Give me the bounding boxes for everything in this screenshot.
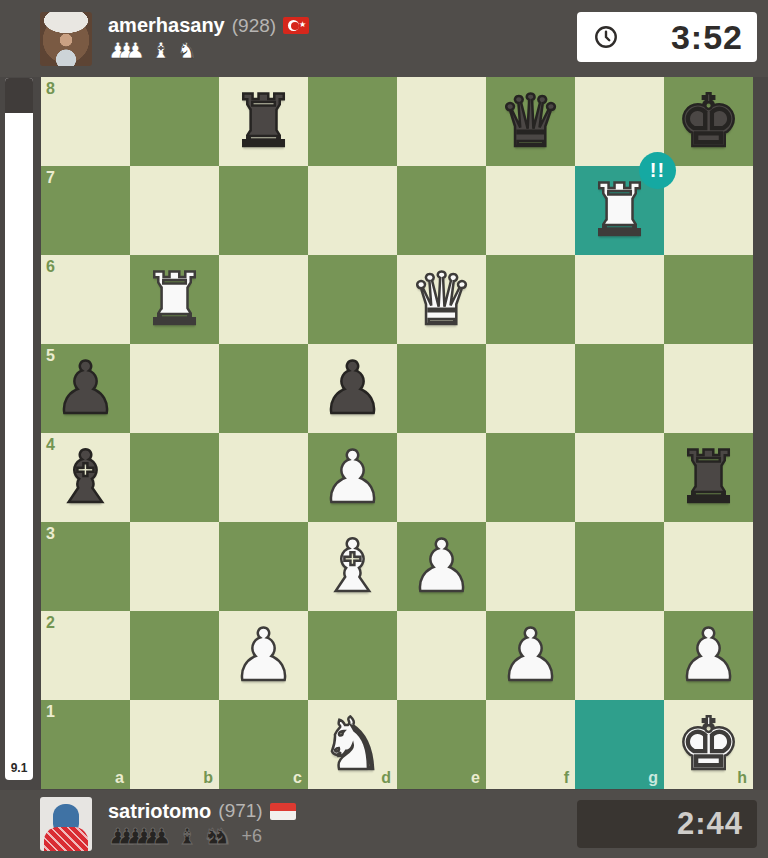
indonesia-flag-icon: [270, 803, 296, 820]
square-a2[interactable]: 2: [41, 611, 130, 700]
rank-label-3: 3: [46, 525, 55, 543]
square-c3[interactable]: [219, 522, 308, 611]
captured-black-knight-icon: ♞: [212, 826, 232, 848]
turkey-flag-icon: ★: [283, 17, 309, 34]
square-a7[interactable]: 7: [41, 166, 130, 255]
top-player-username[interactable]: amerhasany: [108, 14, 225, 37]
square-c7[interactable]: [219, 166, 308, 255]
square-f4[interactable]: [486, 433, 575, 522]
file-label-e: e: [471, 769, 480, 787]
black-queen: ♛: [486, 77, 575, 166]
square-e7[interactable]: [397, 166, 486, 255]
captured-black-bishop-icon: ♝: [177, 826, 197, 848]
square-g4[interactable]: [575, 433, 664, 522]
white-pawn: ♟: [308, 433, 397, 522]
square-b5[interactable]: [130, 344, 219, 433]
square-h1[interactable]: h♚: [664, 700, 753, 789]
square-h2[interactable]: ♟: [664, 611, 753, 700]
square-f3[interactable]: [486, 522, 575, 611]
captured-black-pawn-icon: ♟: [152, 826, 172, 848]
avatar-shirt: [44, 827, 88, 851]
square-b6[interactable]: ♜: [130, 255, 219, 344]
white-pawn: ♟: [664, 611, 753, 700]
captured-white-knight-icon: ♞: [177, 40, 197, 62]
square-a1[interactable]: 1a: [41, 700, 130, 789]
bottom-player-clock: 2:44: [577, 800, 757, 848]
square-b7[interactable]: [130, 166, 219, 255]
top-player-bar: amerhasany (928) ★ ♟♟♟♝♞ 3:52: [0, 0, 768, 77]
square-d8[interactable]: [308, 77, 397, 166]
evaluation-bar: 9.1: [5, 78, 33, 780]
top-captured-pieces: ♟♟♟♝♞: [108, 39, 309, 63]
square-h6[interactable]: [664, 255, 753, 344]
black-pawn: ♟: [41, 344, 130, 433]
evaluation-bar-black-segment: [5, 78, 33, 113]
square-e5[interactable]: [397, 344, 486, 433]
file-label-a: a: [115, 769, 124, 787]
board-area: 9.1 8♜♛♚7♜!!6♜♛5♟♟4♝♟♜3♝♟2♟♟♟1abcd♞efgh♚: [0, 77, 768, 790]
square-b3[interactable]: [130, 522, 219, 611]
square-d4[interactable]: ♟: [308, 433, 397, 522]
square-e1[interactable]: e: [397, 700, 486, 789]
file-label-f: f: [564, 769, 569, 787]
square-f7[interactable]: [486, 166, 575, 255]
top-clock-time: 3:52: [671, 18, 743, 57]
square-d5[interactable]: ♟: [308, 344, 397, 433]
bottom-clock-time: 2:44: [677, 806, 743, 842]
square-h4[interactable]: ♜: [664, 433, 753, 522]
black-bishop: ♝: [41, 433, 130, 522]
white-bishop: ♝: [308, 522, 397, 611]
square-a6[interactable]: 6: [41, 255, 130, 344]
black-king: ♚: [664, 77, 753, 166]
brilliant-move-badge: !!: [639, 152, 676, 189]
bottom-captured-pieces: ♟♟♟♟♟♟♝♞♞+6: [108, 825, 296, 849]
rank-label-7: 7: [46, 169, 55, 187]
top-player-avatar[interactable]: [40, 12, 92, 66]
file-label-g: g: [648, 769, 658, 787]
square-f6[interactable]: [486, 255, 575, 344]
square-a5[interactable]: 5♟: [41, 344, 130, 433]
square-c8[interactable]: ♜: [219, 77, 308, 166]
square-d6[interactable]: [308, 255, 397, 344]
white-rook: ♜: [130, 255, 219, 344]
square-a3[interactable]: 3: [41, 522, 130, 611]
black-pawn: ♟: [308, 344, 397, 433]
rank-label-2: 2: [46, 614, 55, 632]
square-e3[interactable]: ♟: [397, 522, 486, 611]
square-d3[interactable]: ♝: [308, 522, 397, 611]
bottom-player-bar: satriotomo (971) ♟♟♟♟♟♟♝♞♞+6 2:44: [0, 790, 768, 858]
square-a4[interactable]: 4♝: [41, 433, 130, 522]
square-g5[interactable]: [575, 344, 664, 433]
square-b8[interactable]: [130, 77, 219, 166]
square-g3[interactable]: [575, 522, 664, 611]
top-player-rating: (928): [232, 15, 276, 37]
white-pawn: ♟: [397, 522, 486, 611]
square-c6[interactable]: [219, 255, 308, 344]
captured-white-bishop-icon: ♝: [151, 40, 171, 62]
square-h7[interactable]: [664, 166, 753, 255]
file-label-c: c: [293, 769, 302, 787]
material-advantage: +6: [242, 826, 263, 847]
square-h8[interactable]: ♚: [664, 77, 753, 166]
rank-label-8: 8: [46, 80, 55, 98]
square-f8[interactable]: ♛: [486, 77, 575, 166]
square-d7[interactable]: [308, 166, 397, 255]
square-b4[interactable]: [130, 433, 219, 522]
white-pawn: ♟: [219, 611, 308, 700]
square-e2[interactable]: [397, 611, 486, 700]
top-player-clock: 3:52: [577, 12, 757, 62]
rank-label-1: 1: [46, 703, 55, 721]
square-g6[interactable]: [575, 255, 664, 344]
clock-icon: [593, 24, 619, 50]
rank-label-6: 6: [46, 258, 55, 276]
chess-board: 8♜♛♚7♜!!6♜♛5♟♟4♝♟♜3♝♟2♟♟♟1abcd♞efgh♚: [41, 77, 753, 789]
square-f5[interactable]: [486, 344, 575, 433]
bottom-player-username[interactable]: satriotomo: [108, 800, 211, 823]
white-queen: ♛: [397, 255, 486, 344]
square-g7[interactable]: ♜!!: [575, 166, 664, 255]
square-h3[interactable]: [664, 522, 753, 611]
square-d2[interactable]: [308, 611, 397, 700]
bottom-player-avatar[interactable]: [40, 797, 92, 851]
square-f1[interactable]: f: [486, 700, 575, 789]
square-b2[interactable]: [130, 611, 219, 700]
bottom-player-rating: (971): [218, 800, 262, 822]
square-f2[interactable]: ♟: [486, 611, 575, 700]
evaluation-value: 9.1: [5, 761, 33, 775]
square-a8[interactable]: 8: [41, 77, 130, 166]
square-c5[interactable]: [219, 344, 308, 433]
square-e4[interactable]: [397, 433, 486, 522]
captured-white-pawn-icon: ♟: [125, 40, 145, 62]
square-c1[interactable]: c: [219, 700, 308, 789]
square-b1[interactable]: b: [130, 700, 219, 789]
square-g1[interactable]: g: [575, 700, 664, 789]
white-pawn: ♟: [486, 611, 575, 700]
white-knight: ♞: [308, 700, 397, 789]
square-g2[interactable]: [575, 611, 664, 700]
black-rook: ♜: [219, 77, 308, 166]
square-c2[interactable]: ♟: [219, 611, 308, 700]
square-h5[interactable]: [664, 344, 753, 433]
square-e6[interactable]: ♛: [397, 255, 486, 344]
square-d1[interactable]: d♞: [308, 700, 397, 789]
black-rook: ♜: [664, 433, 753, 522]
square-e8[interactable]: [397, 77, 486, 166]
white-king: ♚: [664, 700, 753, 789]
square-c4[interactable]: [219, 433, 308, 522]
file-label-b: b: [203, 769, 213, 787]
